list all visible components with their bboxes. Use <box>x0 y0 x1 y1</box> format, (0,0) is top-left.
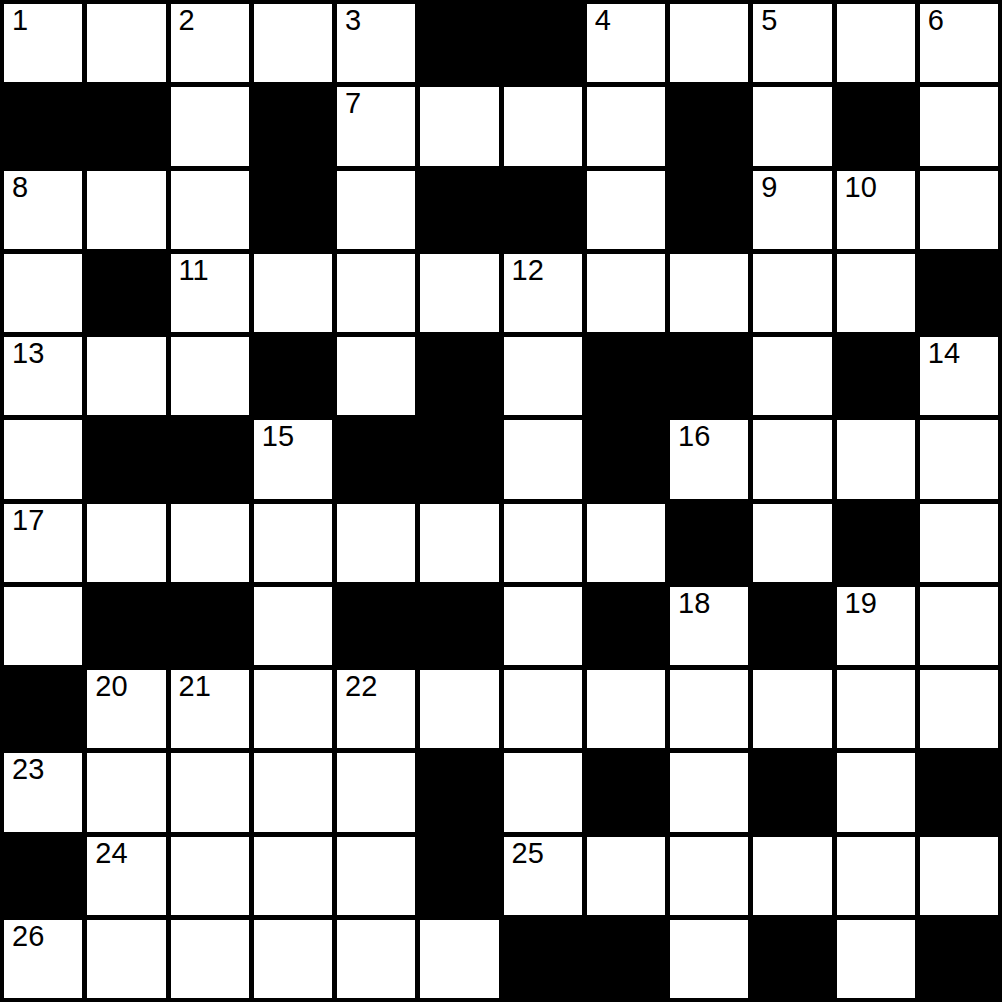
cell-r2c11[interactable] <box>920 171 998 249</box>
block-cell-r9c11 <box>920 753 998 831</box>
cell-r10c2[interactable] <box>171 837 249 915</box>
cell-r11c2[interactable] <box>171 920 249 998</box>
cell-r6c4[interactable] <box>337 504 415 582</box>
cell-r10c4[interactable] <box>337 837 415 915</box>
cell-r10c3[interactable] <box>254 837 332 915</box>
cell-r3c6[interactable]: 12 <box>504 254 582 332</box>
cell-r3c7[interactable] <box>587 254 665 332</box>
cell-r7c10[interactable]: 19 <box>837 587 915 665</box>
cell-r8c6[interactable] <box>504 670 582 748</box>
cell-r1c4[interactable]: 7 <box>337 87 415 165</box>
cell-r6c0[interactable]: 17 <box>4 504 82 582</box>
cell-r9c3[interactable] <box>254 753 332 831</box>
cell-r10c11[interactable] <box>920 837 998 915</box>
cell-r11c8[interactable] <box>670 920 748 998</box>
cell-r4c6[interactable] <box>504 337 582 415</box>
block-cell-r1c0 <box>4 87 82 165</box>
cell-r9c0[interactable]: 23 <box>4 753 82 831</box>
cell-r5c11[interactable] <box>920 420 998 498</box>
clue-number: 7 <box>345 88 361 120</box>
block-cell-r2c6 <box>504 171 582 249</box>
cell-r10c7[interactable] <box>587 837 665 915</box>
clue-number: 26 <box>12 921 44 953</box>
cell-r0c10[interactable] <box>837 4 915 82</box>
block-cell-r4c8 <box>670 337 748 415</box>
block-cell-r5c1 <box>87 420 165 498</box>
cell-r8c9[interactable] <box>753 670 831 748</box>
block-cell-r1c3 <box>254 87 332 165</box>
cell-r9c8[interactable] <box>670 753 748 831</box>
block-cell-r0c6 <box>504 4 582 82</box>
block-cell-r2c5 <box>420 171 498 249</box>
cell-r9c4[interactable] <box>337 753 415 831</box>
cell-r6c2[interactable] <box>171 504 249 582</box>
block-cell-r7c1 <box>87 587 165 665</box>
cell-r2c10[interactable]: 10 <box>837 171 915 249</box>
cell-r8c7[interactable] <box>587 670 665 748</box>
cell-r3c9[interactable] <box>753 254 831 332</box>
cell-r3c2[interactable]: 11 <box>171 254 249 332</box>
block-cell-r4c5 <box>420 337 498 415</box>
cell-r1c2[interactable] <box>171 87 249 165</box>
cell-r10c1[interactable]: 24 <box>87 837 165 915</box>
block-cell-r9c5 <box>420 753 498 831</box>
cell-r2c2[interactable] <box>171 171 249 249</box>
cell-r9c10[interactable] <box>837 753 915 831</box>
cell-r4c9[interactable] <box>753 337 831 415</box>
cell-r8c10[interactable] <box>837 670 915 748</box>
cell-r1c7[interactable] <box>587 87 665 165</box>
clue-number: 23 <box>12 754 44 786</box>
cell-r0c4[interactable]: 3 <box>337 4 415 82</box>
block-cell-r4c10 <box>837 337 915 415</box>
cell-r0c1[interactable] <box>87 4 165 82</box>
block-cell-r5c4 <box>337 420 415 498</box>
cell-r5c10[interactable] <box>837 420 915 498</box>
cell-r11c4[interactable] <box>337 920 415 998</box>
cell-r1c6[interactable] <box>504 87 582 165</box>
block-cell-r0c5 <box>420 4 498 82</box>
clue-number: 21 <box>179 671 211 703</box>
cell-r1c11[interactable] <box>920 87 998 165</box>
cell-r8c3[interactable] <box>254 670 332 748</box>
cell-r5c3[interactable]: 15 <box>254 420 332 498</box>
clue-number: 25 <box>512 838 544 870</box>
cell-r0c8[interactable] <box>670 4 748 82</box>
block-cell-r11c11 <box>920 920 998 998</box>
cell-r7c11[interactable] <box>920 587 998 665</box>
cell-r8c5[interactable] <box>420 670 498 748</box>
cell-r6c6[interactable] <box>504 504 582 582</box>
cell-r4c11[interactable]: 14 <box>920 337 998 415</box>
block-cell-r3c11 <box>920 254 998 332</box>
cell-r0c3[interactable] <box>254 4 332 82</box>
clue-number: 11 <box>179 255 209 287</box>
cell-r3c8[interactable] <box>670 254 748 332</box>
cell-r4c0[interactable]: 13 <box>4 337 82 415</box>
block-cell-r6c8 <box>670 504 748 582</box>
clue-number: 24 <box>95 838 127 870</box>
block-cell-r11c6 <box>504 920 582 998</box>
block-cell-r8c0 <box>4 670 82 748</box>
block-cell-r7c2 <box>171 587 249 665</box>
cell-r11c0[interactable]: 26 <box>4 920 82 998</box>
cell-r1c5[interactable] <box>420 87 498 165</box>
cell-r0c7[interactable]: 4 <box>587 4 665 82</box>
crossword-board: 1234567891011121314151617181920212223242… <box>0 0 1002 1002</box>
cell-r10c6[interactable]: 25 <box>504 837 582 915</box>
cell-r3c10[interactable] <box>837 254 915 332</box>
clue-number: 13 <box>12 338 44 370</box>
cell-r5c0[interactable] <box>4 420 82 498</box>
clue-number: 16 <box>678 421 710 453</box>
cell-r8c8[interactable] <box>670 670 748 748</box>
block-cell-r6c10 <box>837 504 915 582</box>
cell-r6c9[interactable] <box>753 504 831 582</box>
cell-r11c5[interactable] <box>420 920 498 998</box>
clue-number: 14 <box>928 338 960 370</box>
cell-r6c1[interactable] <box>87 504 165 582</box>
clue-number: 12 <box>512 255 544 287</box>
cell-r7c3[interactable] <box>254 587 332 665</box>
clue-number: 3 <box>345 5 361 37</box>
cell-r2c9[interactable]: 9 <box>753 171 831 249</box>
cell-r0c2[interactable]: 2 <box>171 4 249 82</box>
cell-r3c0[interactable] <box>4 254 82 332</box>
cell-r6c11[interactable] <box>920 504 998 582</box>
clue-number: 8 <box>12 172 28 204</box>
block-cell-r7c4 <box>337 587 415 665</box>
block-cell-r7c5 <box>420 587 498 665</box>
cell-r10c8[interactable] <box>670 837 748 915</box>
block-cell-r5c5 <box>420 420 498 498</box>
cell-r1c9[interactable] <box>753 87 831 165</box>
clue-number: 17 <box>12 505 44 537</box>
cell-r2c4[interactable] <box>337 171 415 249</box>
block-cell-r2c3 <box>254 171 332 249</box>
block-cell-r1c8 <box>670 87 748 165</box>
block-cell-r10c5 <box>420 837 498 915</box>
block-cell-r10c0 <box>4 837 82 915</box>
clue-number: 22 <box>345 671 377 703</box>
cell-r8c1[interactable]: 20 <box>87 670 165 748</box>
cell-r8c2[interactable]: 21 <box>171 670 249 748</box>
cell-r7c0[interactable] <box>4 587 82 665</box>
cell-r4c1[interactable] <box>87 337 165 415</box>
cell-r0c11[interactable]: 6 <box>920 4 998 82</box>
cell-r5c6[interactable] <box>504 420 582 498</box>
block-cell-r9c9 <box>753 753 831 831</box>
block-cell-r1c10 <box>837 87 915 165</box>
cell-r6c5[interactable] <box>420 504 498 582</box>
block-cell-r7c7 <box>587 587 665 665</box>
cell-r5c9[interactable] <box>753 420 831 498</box>
block-cell-r5c2 <box>171 420 249 498</box>
clue-number: 20 <box>95 671 127 703</box>
clue-number: 10 <box>845 172 877 204</box>
clue-number: 4 <box>595 5 611 37</box>
clue-number: 9 <box>761 172 777 204</box>
block-cell-r11c9 <box>753 920 831 998</box>
cell-r5c8[interactable]: 16 <box>670 420 748 498</box>
clue-number: 2 <box>179 5 195 37</box>
cell-r10c10[interactable] <box>837 837 915 915</box>
cell-r4c2[interactable] <box>171 337 249 415</box>
cell-r7c8[interactable]: 18 <box>670 587 748 665</box>
block-cell-r5c7 <box>587 420 665 498</box>
cell-r11c1[interactable] <box>87 920 165 998</box>
block-cell-r3c1 <box>87 254 165 332</box>
cell-r2c1[interactable] <box>87 171 165 249</box>
cell-r3c5[interactable] <box>420 254 498 332</box>
block-cell-r1c1 <box>87 87 165 165</box>
clue-number: 1 <box>12 5 28 37</box>
cell-r3c4[interactable] <box>337 254 415 332</box>
block-cell-r11c7 <box>587 920 665 998</box>
clue-number: 19 <box>845 588 877 620</box>
clue-number: 6 <box>928 5 944 37</box>
cell-r9c6[interactable] <box>504 753 582 831</box>
cell-r9c1[interactable] <box>87 753 165 831</box>
cell-r11c3[interactable] <box>254 920 332 998</box>
cell-r2c7[interactable] <box>587 171 665 249</box>
block-cell-r4c3 <box>254 337 332 415</box>
cell-r6c7[interactable] <box>587 504 665 582</box>
block-cell-r7c9 <box>753 587 831 665</box>
cell-r9c2[interactable] <box>171 753 249 831</box>
cell-r0c0[interactable]: 1 <box>4 4 82 82</box>
clue-number: 18 <box>678 588 710 620</box>
cell-r8c4[interactable]: 22 <box>337 670 415 748</box>
block-cell-r4c7 <box>587 337 665 415</box>
cell-r7c6[interactable] <box>504 587 582 665</box>
cell-r0c9[interactable]: 5 <box>753 4 831 82</box>
block-cell-r9c7 <box>587 753 665 831</box>
cell-r8c11[interactable] <box>920 670 998 748</box>
clue-number: 15 <box>262 421 294 453</box>
cell-r4c4[interactable] <box>337 337 415 415</box>
clue-number: 5 <box>761 5 777 37</box>
block-cell-r2c8 <box>670 171 748 249</box>
cell-r10c9[interactable] <box>753 837 831 915</box>
cell-r2c0[interactable]: 8 <box>4 171 82 249</box>
cell-r11c10[interactable] <box>837 920 915 998</box>
cell-r3c3[interactable] <box>254 254 332 332</box>
cell-r6c3[interactable] <box>254 504 332 582</box>
